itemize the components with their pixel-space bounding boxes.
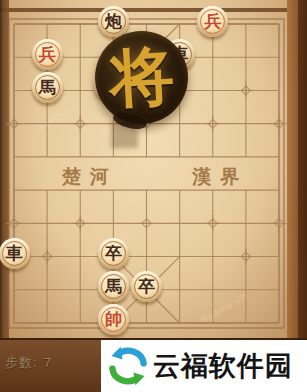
piece-black-horse[interactable]: 馬 bbox=[98, 271, 129, 302]
step-counter-value: 7 bbox=[44, 355, 52, 370]
piece-character: 卒 bbox=[98, 238, 129, 269]
xiangqi-puzzle-screen: 9game.cn 9game.cn 9game.cn 9game.cn 楚河 漢… bbox=[0, 0, 307, 392]
piece-black-chariot[interactable]: 車 bbox=[0, 238, 30, 269]
piece-character: 帥 bbox=[98, 304, 129, 335]
piece-black-horse[interactable]: 馬 bbox=[32, 72, 63, 103]
piece-character: 馬 bbox=[98, 271, 129, 302]
piece-black-soldier[interactable]: 卒 bbox=[131, 271, 162, 302]
piece-character: 兵 bbox=[197, 6, 228, 37]
check-stamp-medallion: 将 bbox=[95, 31, 188, 124]
piece-character: 炮 bbox=[98, 6, 129, 37]
piece-character: 卒 bbox=[131, 271, 162, 302]
check-stamp-character: 将 bbox=[108, 44, 175, 111]
river-label-chu-he: 楚河 bbox=[62, 164, 118, 190]
step-counter-label: 步数: bbox=[5, 355, 38, 370]
watermark-panel: 云福软件园 bbox=[101, 340, 307, 392]
piece-red-general[interactable]: 帥 bbox=[98, 304, 129, 335]
piece-character: 兵 bbox=[32, 39, 63, 70]
piece-red-soldier[interactable]: 兵 bbox=[32, 39, 63, 70]
piece-black-soldier[interactable]: 卒 bbox=[98, 238, 129, 269]
step-counter: 步数:7 bbox=[5, 354, 52, 372]
piece-character: 馬 bbox=[32, 72, 63, 103]
site-name-text: 云福软件园 bbox=[153, 348, 293, 384]
site-logo-swirl-icon bbox=[106, 344, 150, 388]
piece-red-soldier[interactable]: 兵 bbox=[197, 6, 228, 37]
river-label-han-jie: 漢界 bbox=[192, 164, 248, 190]
piece-black-cannon[interactable]: 炮 bbox=[98, 6, 129, 37]
piece-character: 車 bbox=[0, 238, 30, 269]
